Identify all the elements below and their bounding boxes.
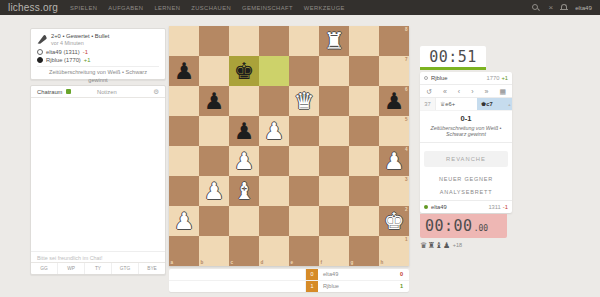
black-player-rating: 1770 [486, 75, 499, 81]
crosstable-name-black: Rjblue [318, 283, 387, 289]
square-g1[interactable]: g [349, 236, 379, 266]
chat-tabs: Chatraum Notizen ⚙ [31, 86, 165, 98]
black-clock: 00:51 [420, 46, 486, 67]
square-f5[interactable] [319, 116, 349, 146]
square-d2[interactable] [259, 206, 289, 236]
square-b3[interactable]: ♟ [199, 176, 229, 206]
square-e1[interactable]: e [289, 236, 319, 266]
square-d6[interactable] [259, 86, 289, 116]
square-a5[interactable] [169, 116, 199, 146]
white-player-diff: -1 [503, 204, 508, 210]
challenges-icon[interactable]: × [548, 4, 553, 12]
next-move-icon[interactable]: › [471, 88, 473, 95]
white-name-rating[interactable]: elta49 (1311) [46, 49, 80, 55]
square-a6[interactable] [169, 86, 199, 116]
square-f7[interactable] [319, 56, 349, 86]
analysis-board-button[interactable]: ANALYSEBRETT [420, 185, 512, 198]
chat-toggle-icon[interactable] [66, 89, 71, 94]
last-move-icon[interactable]: » [484, 88, 488, 95]
replay-controls: ↺ « ‹ › » ▦ [420, 85, 512, 98]
piece-black-pawn[interactable]: ♟ [199, 86, 229, 116]
square-g8[interactable] [349, 26, 379, 56]
file-label-a: a [171, 260, 174, 265]
rank-label-7: 7 [405, 57, 408, 62]
square-b5[interactable] [199, 116, 229, 146]
crosstable-row-white[interactable]: 0 elta49 0 [169, 269, 409, 281]
piece-white-pawn[interactable]: ♟ [229, 146, 259, 176]
square-d8[interactable] [259, 26, 289, 56]
square-e7[interactable] [289, 56, 319, 86]
square-d4[interactable] [259, 146, 289, 176]
analysis-board-icon[interactable]: ▦ [499, 88, 506, 95]
piece-white-queen[interactable]: ♛ [289, 86, 319, 116]
chat-box: Chatraum Notizen ⚙ Bitte sei freundlich … [30, 85, 166, 275]
crosstable-total-white: 0 [387, 271, 409, 277]
game-info-header: 2+0 • Gewertet • Bullet vor 4 Minuten [37, 33, 159, 46]
replay-icon[interactable]: ↺ [426, 88, 432, 95]
square-d5[interactable]: ♟ [259, 116, 289, 146]
preset-ty[interactable]: TY [85, 263, 112, 274]
menu-aufgaben[interactable]: AUFGABEN [108, 5, 143, 11]
square-g4[interactable] [349, 146, 379, 176]
crosstable: 0 elta49 0 1 Rjblue 1 [169, 269, 409, 292]
crosstable-row-black[interactable]: 1 Rjblue 1 [169, 281, 409, 293]
crosstable-history [169, 281, 306, 293]
square-e4[interactable] [289, 146, 319, 176]
white-player-name[interactable]: elta49 [431, 204, 447, 210]
menu-lernen[interactable]: LERNEN [154, 5, 180, 11]
top-nav: lichess.org SPIELEN AUFGABEN LERNEN ZUSC… [0, 0, 600, 15]
square-c4[interactable]: ♟ [229, 146, 259, 176]
square-h4[interactable]: ♟4 [379, 146, 409, 176]
chat-presets: GG WP TY GTG BYE [31, 262, 165, 274]
square-h1[interactable]: 1h [379, 236, 409, 266]
square-a7[interactable]: ♟ [169, 56, 199, 86]
file-label-d: d [261, 260, 264, 265]
tab-notes[interactable]: Notizen [97, 89, 117, 95]
preset-gtg[interactable]: GTG [112, 263, 139, 274]
white-color-icon [37, 49, 43, 55]
rank-label-1: 1 [405, 237, 408, 242]
square-h7[interactable]: 7 [379, 56, 409, 86]
username-menu[interactable]: elta49 [575, 4, 592, 11]
square-f6[interactable] [319, 86, 349, 116]
crosstable-history [169, 269, 306, 280]
chess-board: ♜8♟♚7♟♛♟6♟♟5♟♟4♟♝3♟♚2abcdefg1h [169, 26, 409, 266]
menu-zuschauen[interactable]: ZUSCHAUEN [191, 5, 231, 11]
square-b2[interactable] [199, 206, 229, 236]
piece-white-pawn[interactable]: ♟ [199, 176, 229, 206]
square-e6[interactable]: ♛ [289, 86, 319, 116]
square-e2[interactable] [289, 206, 319, 236]
black-player-diff: +1 [501, 75, 508, 81]
white-clock-main: 00:00 [425, 217, 473, 235]
result-score: 0-1 [420, 111, 512, 124]
bullet-icon [37, 34, 47, 44]
piece-black-pawn[interactable]: ♟ [169, 56, 199, 86]
rank-label-6: 6 [405, 87, 408, 92]
file-label-c: c [231, 260, 234, 265]
file-label-f: f [321, 260, 323, 265]
file-label-b: b [201, 260, 204, 265]
piece-black-pawn[interactable]: ♟ [229, 116, 259, 146]
square-e5[interactable] [289, 116, 319, 146]
square-d7[interactable] [259, 56, 289, 86]
square-f8[interactable]: ♜ [319, 26, 349, 56]
square-c3[interactable]: ♝ [229, 176, 259, 206]
game-info-box: 2+0 • Gewertet • Bullet vor 4 Minuten el… [30, 28, 166, 80]
prev-move-icon[interactable]: ‹ [458, 88, 460, 95]
black-color-icon [37, 57, 43, 63]
square-c8[interactable] [229, 26, 259, 56]
square-f4[interactable] [319, 146, 349, 176]
square-a4[interactable] [169, 146, 199, 176]
preset-gg[interactable]: GG [31, 263, 58, 274]
square-h3[interactable]: 3 [379, 176, 409, 206]
menu-gemeinschaft[interactable]: GEMEINSCHAFT [242, 5, 293, 11]
square-d1[interactable]: d [259, 236, 289, 266]
nav-right: × elta49 [532, 4, 592, 12]
white-player-line: elta49 (1311) -1 [37, 49, 159, 55]
game-result-text: Zeitüberschreitung von Weiß • Schwarz ge… [37, 69, 159, 84]
file-label-h: h [381, 260, 384, 265]
piece-white-bishop[interactable]: ♝ [229, 176, 259, 206]
white-online-status-icon [424, 205, 428, 209]
square-a3[interactable] [169, 176, 199, 206]
square-f3[interactable] [319, 176, 349, 206]
captured-pieces-tray: ♛ ♜ ♝ ♟ +18 [420, 240, 512, 250]
black-name-rating[interactable]: Rjblue (1770) [46, 57, 81, 63]
game-date: vor 4 Minuten [51, 40, 109, 46]
file-label-g: g [351, 260, 354, 265]
black-player-line: Rjblue (1770) +1 [37, 57, 159, 63]
new-opponent-button[interactable]: NEUER GEGNER [420, 172, 512, 185]
search-icon[interactable] [532, 4, 540, 12]
square-h2[interactable]: ♚2 [379, 206, 409, 236]
square-a2[interactable]: ♟ [169, 206, 199, 236]
notifications-bell-icon[interactable] [561, 4, 567, 12]
lichess-logo[interactable]: lichess.org [8, 2, 58, 13]
chatroom-label: Chatraum [37, 89, 62, 95]
white-rating-diff: -1 [83, 49, 88, 55]
white-player-row: elta49 1311 -1 [420, 200, 512, 213]
square-g5[interactable] [349, 116, 379, 146]
square-c1[interactable]: c [229, 236, 259, 266]
square-g7[interactable] [349, 56, 379, 86]
square-c6[interactable] [229, 86, 259, 116]
result-status-text: Zeitüberschreitung von Weiß • Schwarz ge… [420, 124, 512, 144]
square-g3[interactable] [349, 176, 379, 206]
black-player-row: Rjblue 1770 +1 [420, 72, 512, 85]
rank-label-2: 2 [405, 207, 408, 212]
crosstable-name-white: elta49 [318, 271, 387, 277]
black-player-name[interactable]: Rjblue [431, 75, 447, 81]
black-online-status-icon [424, 76, 428, 80]
square-e3[interactable] [289, 176, 319, 206]
time-control-label: 2+0 • Gewertet • Bullet [51, 33, 109, 39]
game-side-panel: Rjblue 1770 +1 ↺ « ‹ › » ▦ 37 ♕e6+ ♚c7 ▴… [420, 72, 512, 213]
square-f1[interactable]: f [319, 236, 349, 266]
rank-label-8: 8 [405, 27, 408, 32]
captured-black-pawn: ♟ [443, 241, 450, 250]
rank-label-5: 5 [405, 117, 408, 122]
square-h5[interactable]: 5 [379, 116, 409, 146]
white-player-rating: 1311 [488, 204, 500, 210]
square-b7[interactable] [199, 56, 229, 86]
square-b1[interactable]: b [199, 236, 229, 266]
rank-label-3: 3 [405, 177, 408, 182]
captured-black-rook: ♜ [428, 241, 435, 250]
divider [37, 66, 159, 67]
captured-black-bishop: ♝ [435, 241, 442, 250]
move-number: 37 [420, 98, 436, 110]
square-h6[interactable]: ♟6 [379, 86, 409, 116]
file-label-e: e [291, 260, 294, 265]
black-rating-diff: +1 [84, 57, 91, 63]
move-list-row: 37 ♕e6+ ♚c7 ▴ [420, 98, 512, 111]
square-c7[interactable]: ♚ [229, 56, 259, 86]
square-b8[interactable] [199, 26, 229, 56]
rematch-button[interactable]: REVANCHE [424, 151, 508, 167]
move-scroll-up-icon[interactable]: ▴ [507, 98, 512, 110]
square-b4[interactable] [199, 146, 229, 176]
white-clock-flagged: 00:00 .00 [420, 214, 507, 238]
captured-black-queen: ♛ [420, 241, 427, 250]
piece-white-pawn[interactable]: ♟ [169, 206, 199, 236]
main-menu: SPIELEN AUFGABEN LERNEN ZUSCHAUEN GEMEIN… [70, 5, 345, 11]
tab-chatroom[interactable]: Chatraum [37, 89, 71, 95]
menu-werkzeuge[interactable]: WERKZEUGE [304, 5, 345, 11]
square-a8[interactable] [169, 26, 199, 56]
square-a1[interactable]: a [169, 236, 199, 266]
square-g6[interactable] [349, 86, 379, 116]
current-game-score-black: 1 [306, 281, 318, 293]
piece-white-pawn[interactable]: ♟ [259, 116, 289, 146]
square-c2[interactable] [229, 206, 259, 236]
first-move-icon[interactable]: « [443, 88, 447, 95]
piece-black-king[interactable]: ♚ [229, 56, 259, 86]
piece-white-rook[interactable]: ♜ [319, 26, 349, 56]
square-g2[interactable] [349, 206, 379, 236]
black-time-bar [420, 67, 486, 70]
move-white-qe6[interactable]: ♕e6+ [436, 98, 477, 110]
square-f2[interactable] [319, 206, 349, 236]
current-game-score-white: 0 [306, 269, 318, 280]
white-clock-fraction: .00 [474, 224, 488, 233]
menu-spielen[interactable]: SPIELEN [70, 5, 97, 11]
square-h8[interactable]: 8 [379, 26, 409, 56]
material-advantage: +18 [453, 242, 462, 248]
preset-bye[interactable]: BYE [139, 263, 165, 274]
square-d3[interactable] [259, 176, 289, 206]
lichess-game-page: lichess.org SPIELEN AUFGABEN LERNEN ZUSC… [0, 0, 600, 297]
crosstable-total-black: 1 [387, 283, 409, 289]
chat-settings-icon[interactable]: ⚙ [153, 88, 159, 96]
square-e8[interactable] [289, 26, 319, 56]
square-c5[interactable]: ♟ [229, 116, 259, 146]
square-b6[interactable]: ♟ [199, 86, 229, 116]
preset-wp[interactable]: WP [58, 263, 85, 274]
rank-label-4: 4 [405, 147, 408, 152]
